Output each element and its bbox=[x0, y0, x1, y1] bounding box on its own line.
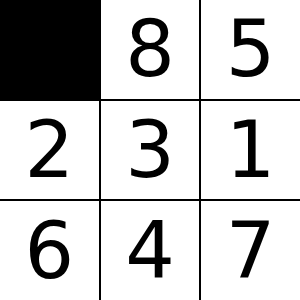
tile-3[interactable]: 3 bbox=[101, 101, 200, 200]
blank-cell bbox=[0, 0, 99, 99]
puzzle-board: 8 5 2 3 1 6 4 7 bbox=[0, 0, 300, 300]
tile-5[interactable]: 5 bbox=[201, 0, 300, 99]
tile-8[interactable]: 8 bbox=[101, 0, 200, 99]
tile-7[interactable]: 7 bbox=[201, 201, 300, 300]
tile-4[interactable]: 4 bbox=[101, 201, 200, 300]
tile-1[interactable]: 1 bbox=[201, 101, 300, 200]
tile-2[interactable]: 2 bbox=[0, 101, 99, 200]
tile-6[interactable]: 6 bbox=[0, 201, 99, 300]
